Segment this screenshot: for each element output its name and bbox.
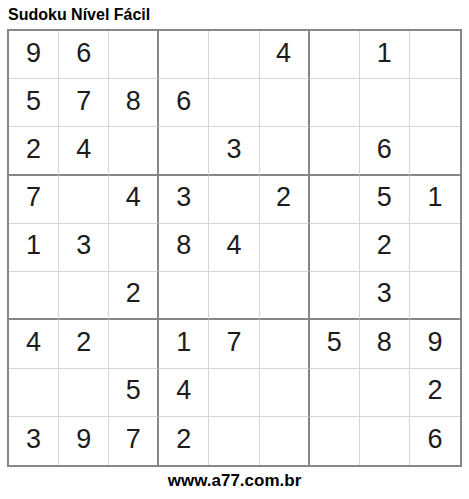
cell-r5-c7[interactable] — [310, 224, 360, 272]
cell-r2-c1: 5 — [9, 79, 59, 127]
cell-r8-c5[interactable] — [209, 369, 259, 417]
cell-r7-c9: 9 — [410, 320, 460, 368]
cell-r4-c5[interactable] — [209, 176, 259, 224]
cell-r4-c4: 3 — [159, 176, 209, 224]
cell-r6-c1[interactable] — [9, 272, 59, 320]
cell-r2-c9[interactable] — [410, 79, 460, 127]
cell-r5-c9[interactable] — [410, 224, 460, 272]
cell-r3-c9[interactable] — [410, 127, 460, 175]
cell-r2-c6[interactable] — [260, 79, 310, 127]
cell-r7-c1: 4 — [9, 320, 59, 368]
cell-r6-c4[interactable] — [159, 272, 209, 320]
cell-r6-c5[interactable] — [209, 272, 259, 320]
cell-r5-c4: 8 — [159, 224, 209, 272]
cell-r3-c1: 2 — [9, 127, 59, 175]
cell-r8-c1[interactable] — [9, 369, 59, 417]
cell-r6-c8: 3 — [360, 272, 410, 320]
cell-r4-c9: 1 — [410, 176, 460, 224]
cell-r2-c8[interactable] — [360, 79, 410, 127]
cell-r9-c7[interactable] — [310, 417, 360, 465]
cell-r8-c7[interactable] — [310, 369, 360, 417]
cell-r6-c3: 2 — [109, 272, 159, 320]
cell-r9-c8[interactable] — [360, 417, 410, 465]
cell-r5-c2: 3 — [59, 224, 109, 272]
cell-r7-c3[interactable] — [109, 320, 159, 368]
cell-r3-c7[interactable] — [310, 127, 360, 175]
cell-r5-c3[interactable] — [109, 224, 159, 272]
cell-r5-c6[interactable] — [260, 224, 310, 272]
cell-r3-c4[interactable] — [159, 127, 209, 175]
cell-r4-c3: 4 — [109, 176, 159, 224]
cell-r2-c2: 7 — [59, 79, 109, 127]
cell-r3-c3[interactable] — [109, 127, 159, 175]
cell-r7-c8: 8 — [360, 320, 410, 368]
cell-r3-c6[interactable] — [260, 127, 310, 175]
cell-r5-c5: 4 — [209, 224, 259, 272]
cell-r1-c8: 1 — [360, 31, 410, 79]
cell-r8-c4: 4 — [159, 369, 209, 417]
cell-r1-c4[interactable] — [159, 31, 209, 79]
cell-r1-c6: 4 — [260, 31, 310, 79]
cell-r4-c8: 5 — [360, 176, 410, 224]
cell-r7-c5: 7 — [209, 320, 259, 368]
cell-r9-c2: 9 — [59, 417, 109, 465]
cell-r1-c3[interactable] — [109, 31, 159, 79]
cell-r8-c8[interactable] — [360, 369, 410, 417]
cell-r1-c2: 6 — [59, 31, 109, 79]
cell-r4-c2[interactable] — [59, 176, 109, 224]
cell-r7-c4: 1 — [159, 320, 209, 368]
cell-r1-c7[interactable] — [310, 31, 360, 79]
cell-r9-c1: 3 — [9, 417, 59, 465]
cell-r9-c5[interactable] — [209, 417, 259, 465]
cell-r4-c6: 2 — [260, 176, 310, 224]
cell-r9-c4: 2 — [159, 417, 209, 465]
cell-r3-c5: 3 — [209, 127, 259, 175]
cell-r2-c3: 8 — [109, 79, 159, 127]
cell-r6-c6[interactable] — [260, 272, 310, 320]
cell-r1-c1: 9 — [9, 31, 59, 79]
cell-r1-c9[interactable] — [410, 31, 460, 79]
sudoku-page: Sudoku Nível Fácil 964157862436743251138… — [0, 0, 469, 499]
cell-r2-c7[interactable] — [310, 79, 360, 127]
cell-r3-c2: 4 — [59, 127, 109, 175]
cell-r6-c2[interactable] — [59, 272, 109, 320]
cell-r8-c6[interactable] — [260, 369, 310, 417]
cell-r1-c5[interactable] — [209, 31, 259, 79]
cell-r2-c4: 6 — [159, 79, 209, 127]
cell-r9-c6[interactable] — [260, 417, 310, 465]
cell-r9-c9: 6 — [410, 417, 460, 465]
cell-r5-c1: 1 — [9, 224, 59, 272]
cell-r2-c5[interactable] — [209, 79, 259, 127]
cell-r7-c7: 5 — [310, 320, 360, 368]
cell-r3-c8: 6 — [360, 127, 410, 175]
page-title: Sudoku Nível Fácil — [8, 6, 150, 24]
footer-url: www.a77.com.br — [0, 471, 469, 491]
cell-r9-c3: 7 — [109, 417, 159, 465]
cell-r7-c6[interactable] — [260, 320, 310, 368]
cell-r4-c7[interactable] — [310, 176, 360, 224]
cell-r6-c9[interactable] — [410, 272, 460, 320]
cell-r5-c8: 2 — [360, 224, 410, 272]
cell-r8-c9: 2 — [410, 369, 460, 417]
cell-r8-c2[interactable] — [59, 369, 109, 417]
cell-r6-c7[interactable] — [310, 272, 360, 320]
cell-r8-c3: 5 — [109, 369, 159, 417]
cell-r7-c2: 2 — [59, 320, 109, 368]
cell-r4-c1: 7 — [9, 176, 59, 224]
sudoku-board: 9641578624367432511384223421758954239726 — [7, 29, 462, 467]
